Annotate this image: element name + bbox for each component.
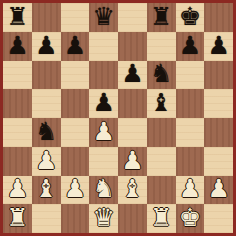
square-e8[interactable] <box>118 3 147 32</box>
square-d4[interactable]: ♟ <box>89 118 118 147</box>
white-queen: ♛ <box>92 205 114 230</box>
square-e5[interactable] <box>118 89 147 118</box>
square-b2[interactable]: ♝ <box>32 176 61 205</box>
square-a8[interactable]: ♜ <box>3 3 32 32</box>
square-h4[interactable] <box>204 118 233 147</box>
white-rook: ♜ <box>150 205 172 230</box>
black-knight: ♞ <box>35 119 57 144</box>
square-g2[interactable]: ♟ <box>176 176 205 205</box>
black-bishop: ♝ <box>150 90 172 115</box>
square-b6[interactable] <box>32 61 61 90</box>
square-h2[interactable]: ♟ <box>204 176 233 205</box>
square-f5[interactable]: ♝ <box>147 89 176 118</box>
square-b1[interactable] <box>32 204 61 233</box>
square-d2[interactable]: ♞ <box>89 176 118 205</box>
black-pawn: ♟ <box>64 33 86 58</box>
square-a4[interactable] <box>3 118 32 147</box>
white-pawn: ♟ <box>121 148 143 173</box>
square-f6[interactable]: ♞ <box>147 61 176 90</box>
square-d7[interactable] <box>89 32 118 61</box>
white-bishop: ♝ <box>121 176 143 201</box>
square-g4[interactable] <box>176 118 205 147</box>
square-e6[interactable]: ♟ <box>118 61 147 90</box>
square-c2[interactable]: ♟ <box>61 176 90 205</box>
black-queen: ♛ <box>92 4 114 29</box>
square-e2[interactable]: ♝ <box>118 176 147 205</box>
white-bishop: ♝ <box>35 176 57 201</box>
black-pawn: ♟ <box>207 33 229 58</box>
white-king: ♚ <box>179 205 201 230</box>
square-a7[interactable]: ♟ <box>3 32 32 61</box>
chess-board-frame: ♜♛♜♚♟♟♟♟♟♟♞♟♝♞♟♟♟♟♝♟♞♝♟♟♜♛♜♚ <box>0 0 236 236</box>
square-c3[interactable] <box>61 147 90 176</box>
square-g5[interactable] <box>176 89 205 118</box>
square-h1[interactable] <box>204 204 233 233</box>
square-b8[interactable] <box>32 3 61 32</box>
square-h6[interactable] <box>204 61 233 90</box>
white-pawn: ♟ <box>64 176 86 201</box>
square-c6[interactable] <box>61 61 90 90</box>
square-c4[interactable] <box>61 118 90 147</box>
square-d3[interactable] <box>89 147 118 176</box>
black-pawn: ♟ <box>6 33 28 58</box>
black-pawn: ♟ <box>121 61 143 86</box>
square-c1[interactable] <box>61 204 90 233</box>
square-h5[interactable] <box>204 89 233 118</box>
black-pawn: ♟ <box>35 33 57 58</box>
black-knight: ♞ <box>150 61 172 86</box>
square-a3[interactable] <box>3 147 32 176</box>
square-h7[interactable]: ♟ <box>204 32 233 61</box>
square-c5[interactable] <box>61 89 90 118</box>
square-g3[interactable] <box>176 147 205 176</box>
square-h8[interactable] <box>204 3 233 32</box>
black-pawn: ♟ <box>179 33 201 58</box>
square-a5[interactable] <box>3 89 32 118</box>
square-g7[interactable]: ♟ <box>176 32 205 61</box>
black-rook: ♜ <box>6 4 28 29</box>
square-a2[interactable]: ♟ <box>3 176 32 205</box>
square-b3[interactable]: ♟ <box>32 147 61 176</box>
square-g1[interactable]: ♚ <box>176 204 205 233</box>
square-a1[interactable]: ♜ <box>3 204 32 233</box>
square-e1[interactable] <box>118 204 147 233</box>
square-b5[interactable] <box>32 89 61 118</box>
white-rook: ♜ <box>6 205 28 230</box>
square-h3[interactable] <box>204 147 233 176</box>
square-f8[interactable]: ♜ <box>147 3 176 32</box>
white-pawn: ♟ <box>6 176 28 201</box>
square-d6[interactable] <box>89 61 118 90</box>
square-g8[interactable]: ♚ <box>176 3 205 32</box>
square-d5[interactable]: ♟ <box>89 89 118 118</box>
white-pawn: ♟ <box>179 176 201 201</box>
square-f2[interactable] <box>147 176 176 205</box>
square-e3[interactable]: ♟ <box>118 147 147 176</box>
square-f1[interactable]: ♜ <box>147 204 176 233</box>
black-pawn: ♟ <box>92 90 114 115</box>
square-d8[interactable]: ♛ <box>89 3 118 32</box>
white-pawn: ♟ <box>35 148 57 173</box>
square-e7[interactable] <box>118 32 147 61</box>
square-c7[interactable]: ♟ <box>61 32 90 61</box>
black-rook: ♜ <box>150 4 172 29</box>
black-king: ♚ <box>179 4 201 29</box>
square-b4[interactable]: ♞ <box>32 118 61 147</box>
square-f4[interactable] <box>147 118 176 147</box>
white-pawn: ♟ <box>92 119 114 144</box>
square-f7[interactable] <box>147 32 176 61</box>
square-e4[interactable] <box>118 118 147 147</box>
square-f3[interactable] <box>147 147 176 176</box>
square-a6[interactable] <box>3 61 32 90</box>
chess-board: ♜♛♜♚♟♟♟♟♟♟♞♟♝♞♟♟♟♟♝♟♞♝♟♟♜♛♜♚ <box>3 3 233 233</box>
square-c8[interactable] <box>61 3 90 32</box>
white-knight: ♞ <box>92 176 114 201</box>
white-pawn: ♟ <box>207 176 229 201</box>
square-b7[interactable]: ♟ <box>32 32 61 61</box>
square-d1[interactable]: ♛ <box>89 204 118 233</box>
square-g6[interactable] <box>176 61 205 90</box>
